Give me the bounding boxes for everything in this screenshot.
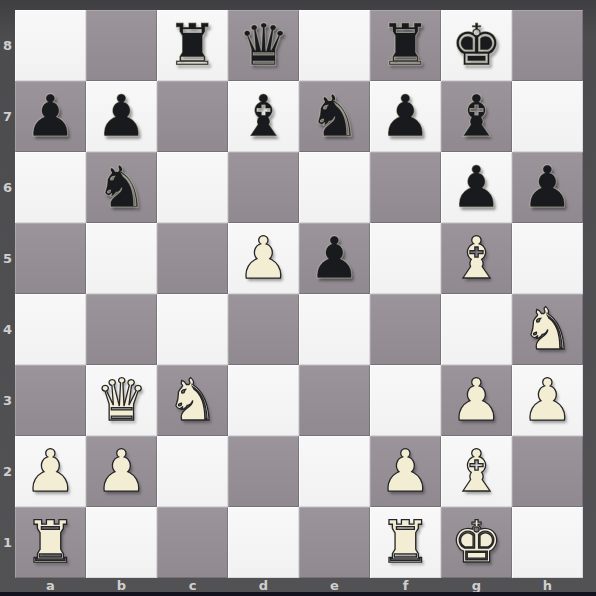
square-f1[interactable]: ♜ (370, 507, 441, 578)
square-h5[interactable] (512, 223, 583, 294)
square-h2[interactable] (512, 436, 583, 507)
square-f5[interactable] (370, 223, 441, 294)
piece-white-pawn[interactable]: ♟ (380, 436, 432, 507)
piece-white-pawn[interactable]: ♟ (25, 436, 77, 507)
rank-labels: 87654321 (0, 10, 15, 578)
square-c3[interactable]: ♞ (157, 365, 228, 436)
file-labels: abcdefgh (15, 577, 583, 593)
square-b5[interactable] (86, 223, 157, 294)
square-g8[interactable]: ♚ (441, 10, 512, 81)
square-a7[interactable]: ♟ (15, 81, 86, 152)
piece-black-pawn[interactable]: ♟ (96, 81, 148, 152)
square-g5[interactable]: ♝ (441, 223, 512, 294)
square-c1[interactable] (157, 507, 228, 578)
square-d2[interactable] (228, 436, 299, 507)
piece-black-queen[interactable]: ♛ (238, 10, 290, 81)
square-e7[interactable]: ♞ (299, 81, 370, 152)
piece-white-knight[interactable]: ♞ (522, 294, 574, 365)
square-d8[interactable]: ♛ (228, 10, 299, 81)
piece-black-bishop[interactable]: ♝ (451, 81, 503, 152)
rank-label-6: 6 (0, 152, 15, 223)
square-e1[interactable] (299, 507, 370, 578)
square-c7[interactable] (157, 81, 228, 152)
square-d4[interactable] (228, 294, 299, 365)
square-b6[interactable]: ♞ (86, 152, 157, 223)
square-h1[interactable] (512, 507, 583, 578)
piece-white-bishop[interactable]: ♝ (451, 223, 503, 294)
square-f3[interactable] (370, 365, 441, 436)
piece-white-queen[interactable]: ♛ (96, 365, 148, 436)
frame-bottom-edge (0, 592, 596, 596)
square-g2[interactable]: ♝ (441, 436, 512, 507)
square-g7[interactable]: ♝ (441, 81, 512, 152)
rank-label-8: 8 (0, 10, 15, 81)
square-g4[interactable] (441, 294, 512, 365)
piece-black-rook[interactable]: ♜ (167, 10, 219, 81)
square-a5[interactable] (15, 223, 86, 294)
piece-black-pawn[interactable]: ♟ (451, 152, 503, 223)
piece-white-bishop[interactable]: ♝ (451, 436, 503, 507)
piece-black-pawn[interactable]: ♟ (25, 81, 77, 152)
rank-label-2: 2 (0, 436, 15, 507)
file-label-a: a (15, 577, 86, 593)
square-h7[interactable] (512, 81, 583, 152)
piece-white-pawn[interactable]: ♟ (238, 223, 290, 294)
rank-label-5: 5 (0, 223, 15, 294)
square-c4[interactable] (157, 294, 228, 365)
square-b4[interactable] (86, 294, 157, 365)
file-label-e: e (299, 577, 370, 593)
file-label-h: h (512, 577, 583, 593)
piece-black-knight[interactable]: ♞ (96, 152, 148, 223)
square-a2[interactable]: ♟ (15, 436, 86, 507)
square-d6[interactable] (228, 152, 299, 223)
file-label-f: f (370, 577, 441, 593)
rank-label-3: 3 (0, 365, 15, 436)
square-h8[interactable] (512, 10, 583, 81)
square-g3[interactable]: ♟ (441, 365, 512, 436)
piece-white-rook[interactable]: ♜ (380, 507, 432, 578)
square-c2[interactable] (157, 436, 228, 507)
square-b8[interactable] (86, 10, 157, 81)
rank-label-7: 7 (0, 81, 15, 152)
square-c5[interactable] (157, 223, 228, 294)
square-f4[interactable] (370, 294, 441, 365)
chess-board[interactable]: ♜♛♜♚♟♟♝♞♟♝♞♟♟♟♟♝♞♛♞♟♟♟♟♟♝♜♜♚ (15, 10, 583, 578)
square-g6[interactable]: ♟ (441, 152, 512, 223)
piece-black-pawn[interactable]: ♟ (309, 223, 361, 294)
square-c6[interactable] (157, 152, 228, 223)
square-b3[interactable]: ♛ (86, 365, 157, 436)
square-f2[interactable]: ♟ (370, 436, 441, 507)
square-f8[interactable]: ♜ (370, 10, 441, 81)
chessboard-window: 87654321 ♜♛♜♚♟♟♝♞♟♝♞♟♟♟♟♝♞♛♞♟♟♟♟♟♝♜♜♚ ab… (0, 0, 596, 596)
square-b1[interactable] (86, 507, 157, 578)
square-c8[interactable]: ♜ (157, 10, 228, 81)
square-a3[interactable] (15, 365, 86, 436)
square-a4[interactable] (15, 294, 86, 365)
square-h6[interactable]: ♟ (512, 152, 583, 223)
file-label-d: d (228, 577, 299, 593)
square-e4[interactable] (299, 294, 370, 365)
piece-black-pawn[interactable]: ♟ (380, 81, 432, 152)
square-f7[interactable]: ♟ (370, 81, 441, 152)
square-a1[interactable]: ♜ (15, 507, 86, 578)
square-e6[interactable] (299, 152, 370, 223)
square-b2[interactable]: ♟ (86, 436, 157, 507)
square-g1[interactable]: ♚ (441, 507, 512, 578)
square-d5[interactable]: ♟ (228, 223, 299, 294)
square-a6[interactable] (15, 152, 86, 223)
square-d7[interactable]: ♝ (228, 81, 299, 152)
square-h3[interactable]: ♟ (512, 365, 583, 436)
square-d3[interactable] (228, 365, 299, 436)
piece-white-knight[interactable]: ♞ (167, 365, 219, 436)
piece-black-king[interactable]: ♚ (451, 10, 503, 81)
square-a8[interactable] (15, 10, 86, 81)
piece-white-king[interactable]: ♚ (451, 507, 503, 578)
square-e3[interactable] (299, 365, 370, 436)
square-f6[interactable] (370, 152, 441, 223)
piece-black-knight[interactable]: ♞ (309, 81, 361, 152)
file-label-b: b (86, 577, 157, 593)
rank-label-1: 1 (0, 507, 15, 578)
piece-white-rook[interactable]: ♜ (25, 507, 77, 578)
square-e2[interactable] (299, 436, 370, 507)
piece-white-pawn[interactable]: ♟ (96, 436, 148, 507)
rank-label-4: 4 (0, 294, 15, 365)
square-e8[interactable] (299, 10, 370, 81)
square-h4[interactable]: ♞ (512, 294, 583, 365)
square-b7[interactable]: ♟ (86, 81, 157, 152)
file-label-g: g (441, 577, 512, 593)
piece-black-pawn[interactable]: ♟ (522, 152, 574, 223)
piece-black-bishop[interactable]: ♝ (238, 81, 290, 152)
square-e5[interactable]: ♟ (299, 223, 370, 294)
piece-black-rook[interactable]: ♜ (380, 10, 432, 81)
piece-white-pawn[interactable]: ♟ (451, 365, 503, 436)
file-label-c: c (157, 577, 228, 593)
square-d1[interactable] (228, 507, 299, 578)
piece-white-pawn[interactable]: ♟ (522, 365, 574, 436)
